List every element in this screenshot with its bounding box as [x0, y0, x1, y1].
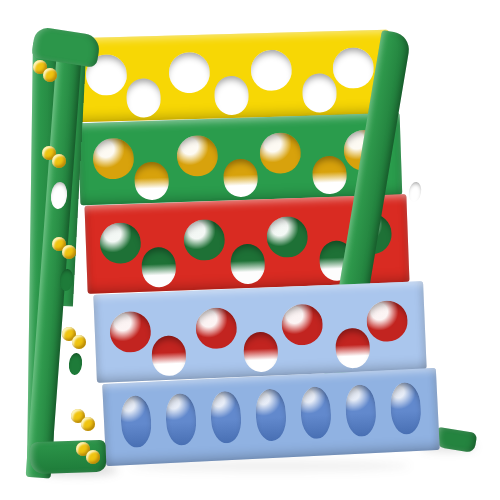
right-frame-notch [408, 181, 423, 203]
shelf-1-yellow [71, 30, 391, 123]
shelf-hole-oval [255, 388, 288, 441]
shelf-hole-oval [243, 331, 279, 372]
shelf-hole-circle [93, 138, 135, 180]
shelf-hole-oval [300, 386, 333, 439]
shelf-bottom-hole-row [134, 155, 348, 200]
shelf-hole-oval [141, 247, 176, 288]
yellow-knob-cluster [71, 409, 97, 433]
shelf-hole-oval [120, 395, 153, 448]
shelf-bottom-hole-row [126, 73, 337, 118]
shelf-hole-oval [151, 335, 187, 376]
shelf-hole-oval [335, 327, 371, 368]
product-photo [0, 0, 500, 500]
shelf-hole-circle [332, 47, 374, 89]
shelf-hole-oval [345, 384, 378, 437]
shelf-hole-circle [109, 310, 152, 353]
shelf-hole-oval [223, 158, 258, 197]
shelf-hole-oval [390, 382, 423, 435]
yellow-knob [62, 245, 76, 259]
yellow-knob-cluster [52, 237, 78, 261]
yellow-knob [43, 68, 57, 82]
shelf-hole-oval [302, 73, 337, 113]
shelf-hole-oval [134, 161, 169, 200]
yellow-knob [72, 335, 86, 349]
shelf-hole-oval [230, 243, 265, 284]
yellow-knob-cluster [33, 60, 59, 84]
shelf-bottom-hole-row [141, 240, 355, 288]
yellow-knob [86, 450, 100, 464]
shelf-hole-oval [214, 76, 249, 116]
yellow-knob-cluster [76, 442, 102, 466]
yellow-knob-cluster [62, 327, 88, 351]
shelf-hole-circle [100, 221, 142, 263]
yellow-knob [52, 154, 66, 168]
shelf-hole-oval [210, 391, 243, 444]
yellow-knob-cluster [42, 146, 68, 170]
shelf-4-light-blue [93, 281, 426, 383]
shelf-hole-oval [312, 155, 347, 194]
shelf-hole-oval [126, 78, 161, 118]
shelf-bottom-hole-row [151, 327, 370, 376]
shelf-hole-oval [165, 393, 198, 446]
shelf-5-blue [102, 368, 440, 466]
shelf-hole-circle [366, 299, 409, 342]
shelf-single-hole-row [120, 382, 423, 449]
shelf-2-green [78, 113, 403, 206]
yellow-knob [81, 417, 95, 431]
left-frame-hole [68, 352, 83, 375]
